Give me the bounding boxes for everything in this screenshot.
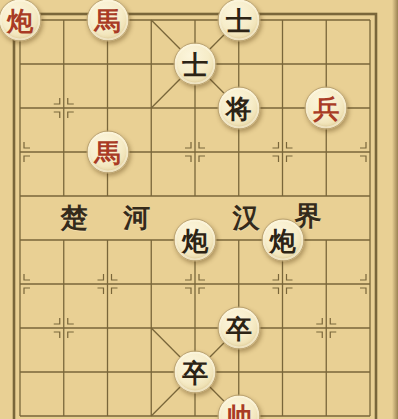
piece-glyph: 兵: [313, 95, 339, 121]
piece-glyph: 帅: [226, 403, 252, 419]
piece-glyph: 炮: [182, 227, 208, 253]
piece-red-horse-2[interactable]: 馬: [86, 131, 129, 174]
piece-glyph: 士: [226, 7, 252, 33]
piece-glyph: 炮: [270, 227, 296, 253]
xiangqi-board[interactable]: 楚 河 汉 界 炮馬士士将兵馬炮炮卒卒帅: [0, 0, 398, 419]
piece-black-general[interactable]: 将: [217, 87, 260, 130]
piece-red-soldier-1[interactable]: 兵: [305, 87, 348, 130]
piece-glyph: 炮: [7, 7, 33, 33]
piece-black-advisor-2[interactable]: 士: [174, 43, 217, 86]
piece-glyph: 馬: [95, 7, 121, 33]
piece-black-cannon-1[interactable]: 炮: [174, 219, 217, 262]
piece-glyph: 士: [182, 51, 208, 77]
piece-glyph: 馬: [95, 139, 121, 165]
screen-right-edge-shade: [392, 0, 398, 419]
piece-glyph: 卒: [182, 359, 208, 385]
piece-black-soldier-1[interactable]: 卒: [217, 307, 260, 350]
piece-black-cannon-2[interactable]: 炮: [261, 219, 304, 262]
piece-black-soldier-2[interactable]: 卒: [174, 351, 217, 394]
piece-black-advisor-1[interactable]: 士: [217, 0, 260, 42]
piece-glyph: 将: [226, 95, 252, 121]
piece-glyph: 卒: [226, 315, 252, 341]
piece-red-horse-1[interactable]: 馬: [86, 0, 129, 42]
